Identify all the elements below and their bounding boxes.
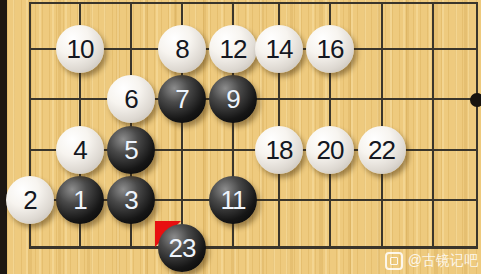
move-number: 22 xyxy=(368,137,395,163)
move-number: 6 xyxy=(124,86,137,112)
grid-vline xyxy=(432,2,434,249)
grid-hline xyxy=(29,246,478,249)
panel-left-edge xyxy=(0,0,7,274)
move-number: 1 xyxy=(73,187,86,213)
move-number: 10 xyxy=(67,36,94,62)
stone-white-18: 18 xyxy=(255,126,303,174)
move-number: 20 xyxy=(317,137,344,163)
move-number: 18 xyxy=(266,137,293,163)
stone-white-12: 12 xyxy=(209,25,257,73)
move-number: 16 xyxy=(317,36,344,62)
move-number: 23 xyxy=(169,235,196,261)
stone-black-7: 7 xyxy=(158,75,206,123)
move-number: 9 xyxy=(226,86,239,112)
move-number: 12 xyxy=(220,36,247,62)
move-number: 8 xyxy=(175,36,188,62)
stone-black-11: 11 xyxy=(209,176,257,224)
stone-black-5: 5 xyxy=(107,126,155,174)
stone-white-10: 10 xyxy=(56,25,104,73)
stone-white-14: 14 xyxy=(255,25,303,73)
grid-hline xyxy=(29,2,478,4)
move-number: 14 xyxy=(266,36,293,62)
stone-white-6: 6 xyxy=(107,75,155,123)
stone-white-16: 16 xyxy=(306,25,354,73)
grid-vline xyxy=(476,2,478,249)
stone-white-2: 2 xyxy=(6,176,54,224)
stone-white-20: 20 xyxy=(306,126,354,174)
stone-black-23: 23 xyxy=(158,224,206,272)
watermark-text: @古镜记吧 xyxy=(408,252,478,270)
stone-black-9: 9 xyxy=(209,75,257,123)
stone-white-8: 8 xyxy=(158,25,206,73)
move-number: 7 xyxy=(175,86,188,112)
stone-black-1: 1 xyxy=(56,176,104,224)
go-diagram-screen: 123456789101112141618202223 @古镜记吧 xyxy=(0,0,481,274)
move-number: 11 xyxy=(221,187,246,213)
stone-white-4: 4 xyxy=(56,126,104,174)
move-number: 4 xyxy=(73,137,86,163)
watermark: @古镜记吧 xyxy=(385,252,478,270)
move-number: 2 xyxy=(23,187,36,213)
move-number: 5 xyxy=(124,137,137,163)
app-logo-icon xyxy=(385,252,403,270)
stone-black-3: 3 xyxy=(107,176,155,224)
star-point-K4 xyxy=(470,93,481,107)
move-number: 3 xyxy=(124,187,137,213)
go-board[interactable]: 123456789101112141618202223 xyxy=(0,0,481,274)
stone-white-22: 22 xyxy=(358,126,406,174)
